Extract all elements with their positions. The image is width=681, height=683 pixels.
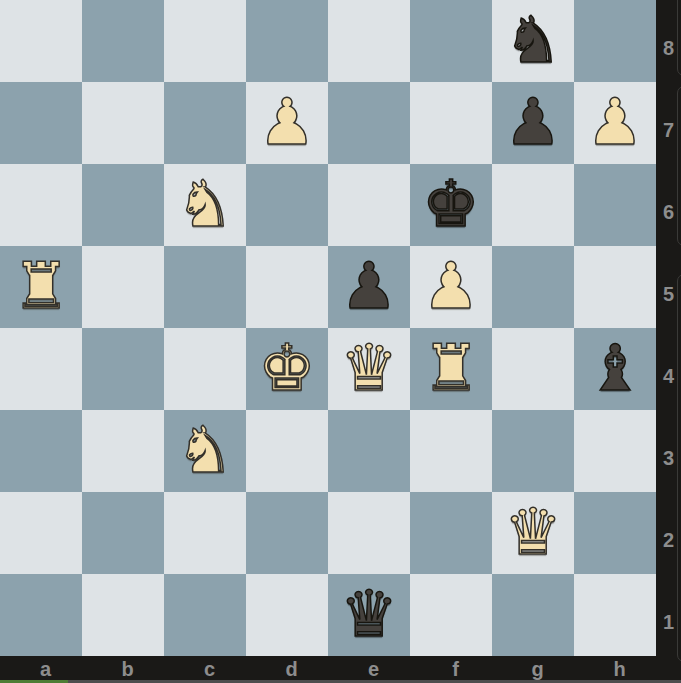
white-knight-c6[interactable]: ♞ xyxy=(164,164,246,246)
square-f2[interactable] xyxy=(410,492,492,574)
square-f6[interactable]: ♚ xyxy=(410,164,492,246)
square-h7[interactable]: ♟ xyxy=(574,82,656,164)
square-f5[interactable]: ♟ xyxy=(410,246,492,328)
square-g8[interactable]: ♞ xyxy=(492,0,574,82)
square-g1[interactable] xyxy=(492,574,574,656)
square-b1[interactable] xyxy=(82,574,164,656)
file-label-f: f xyxy=(410,656,492,683)
white-king-d4[interactable]: ♚ xyxy=(246,328,328,410)
file-labels: abcdefgh xyxy=(0,656,681,683)
square-d7[interactable]: ♟ xyxy=(246,82,328,164)
square-d6[interactable] xyxy=(246,164,328,246)
square-f1[interactable] xyxy=(410,574,492,656)
chess-app: ♞♟♟♟♞♚♜♟♟♚♛♜♝♞♛♛ 87654321 abcdefgh xyxy=(0,0,681,683)
square-e3[interactable] xyxy=(328,410,410,492)
square-g7[interactable]: ♟ xyxy=(492,82,574,164)
square-g4[interactable] xyxy=(492,328,574,410)
file-label-e: e xyxy=(328,656,410,683)
file-label-c: c xyxy=(164,656,246,683)
square-e5[interactable]: ♟ xyxy=(328,246,410,328)
black-bishop-h4[interactable]: ♝ xyxy=(574,328,656,410)
square-c1[interactable] xyxy=(164,574,246,656)
right-edge-panel-hint xyxy=(677,274,681,662)
chess-board[interactable]: ♞♟♟♟♞♚♜♟♟♚♛♜♝♞♛♛ xyxy=(0,0,656,656)
white-rook-f4[interactable]: ♜ xyxy=(410,328,492,410)
right-edge-panel-hint xyxy=(677,86,681,246)
square-e8[interactable] xyxy=(328,0,410,82)
file-label-a: a xyxy=(0,656,82,683)
square-b2[interactable] xyxy=(82,492,164,574)
square-e7[interactable] xyxy=(328,82,410,164)
square-c8[interactable] xyxy=(164,0,246,82)
square-a8[interactable] xyxy=(0,0,82,82)
black-queen-e1[interactable]: ♛ xyxy=(328,574,410,656)
white-knight-c3[interactable]: ♞ xyxy=(164,410,246,492)
square-e4[interactable]: ♛ xyxy=(328,328,410,410)
black-knight-g8[interactable]: ♞ xyxy=(492,0,574,82)
square-b4[interactable] xyxy=(82,328,164,410)
file-label-d: d xyxy=(246,656,328,683)
square-a1[interactable] xyxy=(0,574,82,656)
square-f4[interactable]: ♜ xyxy=(410,328,492,410)
white-pawn-d7[interactable]: ♟ xyxy=(246,82,328,164)
black-pawn-e5[interactable]: ♟ xyxy=(328,246,410,328)
white-rook-a5[interactable]: ♜ xyxy=(0,246,82,328)
square-f3[interactable] xyxy=(410,410,492,492)
square-g5[interactable] xyxy=(492,246,574,328)
square-b6[interactable] xyxy=(82,164,164,246)
square-a5[interactable]: ♜ xyxy=(0,246,82,328)
square-b3[interactable] xyxy=(82,410,164,492)
square-h2[interactable] xyxy=(574,492,656,574)
square-g6[interactable] xyxy=(492,164,574,246)
square-e1[interactable]: ♛ xyxy=(328,574,410,656)
black-king-f6[interactable]: ♚ xyxy=(410,164,492,246)
black-pawn-g7[interactable]: ♟ xyxy=(492,82,574,164)
square-b7[interactable] xyxy=(82,82,164,164)
file-label-h: h xyxy=(574,656,656,683)
square-a4[interactable] xyxy=(0,328,82,410)
square-e6[interactable] xyxy=(328,164,410,246)
square-b5[interactable] xyxy=(82,246,164,328)
square-g3[interactable] xyxy=(492,410,574,492)
square-a7[interactable] xyxy=(0,82,82,164)
white-pawn-h7[interactable]: ♟ xyxy=(574,82,656,164)
file-label-g: g xyxy=(492,656,574,683)
square-c6[interactable]: ♞ xyxy=(164,164,246,246)
square-f7[interactable] xyxy=(410,82,492,164)
square-d1[interactable] xyxy=(246,574,328,656)
square-e2[interactable] xyxy=(328,492,410,574)
square-h6[interactable] xyxy=(574,164,656,246)
file-label-b: b xyxy=(82,656,164,683)
square-a3[interactable] xyxy=(0,410,82,492)
square-d4[interactable]: ♚ xyxy=(246,328,328,410)
right-edge-panel-hint xyxy=(677,0,681,76)
square-a2[interactable] xyxy=(0,492,82,574)
white-pawn-f5[interactable]: ♟ xyxy=(410,246,492,328)
square-a6[interactable] xyxy=(0,164,82,246)
square-c5[interactable] xyxy=(164,246,246,328)
square-c3[interactable]: ♞ xyxy=(164,410,246,492)
square-g2[interactable]: ♛ xyxy=(492,492,574,574)
square-h3[interactable] xyxy=(574,410,656,492)
square-c7[interactable] xyxy=(164,82,246,164)
square-f8[interactable] xyxy=(410,0,492,82)
square-h8[interactable] xyxy=(574,0,656,82)
square-c2[interactable] xyxy=(164,492,246,574)
square-d5[interactable] xyxy=(246,246,328,328)
white-queen-e4[interactable]: ♛ xyxy=(328,328,410,410)
square-d2[interactable] xyxy=(246,492,328,574)
square-d3[interactable] xyxy=(246,410,328,492)
square-h1[interactable] xyxy=(574,574,656,656)
square-h4[interactable]: ♝ xyxy=(574,328,656,410)
white-queen-g2[interactable]: ♛ xyxy=(492,492,574,574)
square-b8[interactable] xyxy=(82,0,164,82)
square-d8[interactable] xyxy=(246,0,328,82)
square-h5[interactable] xyxy=(574,246,656,328)
square-c4[interactable] xyxy=(164,328,246,410)
